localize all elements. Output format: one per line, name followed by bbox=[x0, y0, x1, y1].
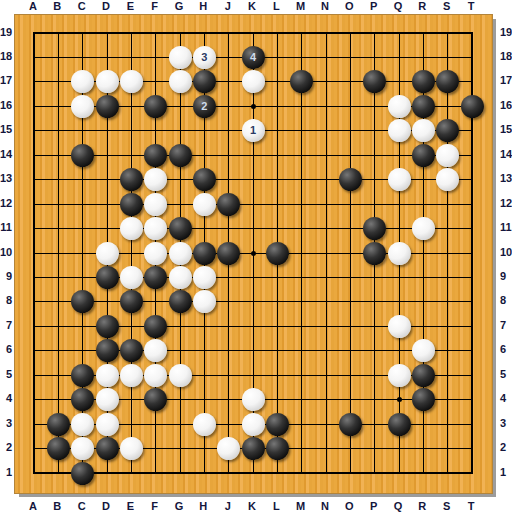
black-stone-C14[interactable] bbox=[71, 144, 94, 167]
white-stone-F6[interactable] bbox=[144, 339, 167, 362]
col-label-top-L: L bbox=[264, 0, 288, 13]
white-stone-G17[interactable] bbox=[169, 70, 192, 93]
row-label-left-5: 5 bbox=[0, 368, 12, 381]
row-label-right-5: 5 bbox=[500, 368, 512, 381]
col-label-top-H: H bbox=[191, 0, 215, 13]
black-stone-P11[interactable] bbox=[363, 217, 386, 240]
black-stone-F9[interactable] bbox=[144, 266, 167, 289]
white-stone-C16[interactable] bbox=[71, 95, 94, 118]
white-stone-S14[interactable] bbox=[436, 144, 459, 167]
row-label-left-16: 16 bbox=[0, 99, 12, 112]
row-label-left-10: 10 bbox=[0, 246, 12, 259]
move-number-3: 3 bbox=[201, 52, 207, 63]
col-label-bottom-B: B bbox=[45, 500, 69, 513]
black-stone-J12[interactable] bbox=[217, 193, 240, 216]
black-stone-E13[interactable] bbox=[120, 168, 143, 191]
white-stone-D5[interactable] bbox=[96, 364, 119, 387]
col-label-bottom-M: M bbox=[289, 500, 313, 513]
row-label-left-7: 7 bbox=[0, 319, 12, 332]
grid-line-vertical bbox=[350, 32, 351, 474]
col-label-bottom-T: T bbox=[459, 500, 483, 513]
white-stone-E9[interactable] bbox=[120, 266, 143, 289]
row-label-left-1: 1 bbox=[0, 466, 12, 479]
white-stone-E11[interactable] bbox=[120, 217, 143, 240]
black-stone-S15[interactable] bbox=[436, 119, 459, 142]
black-stone-B3[interactable] bbox=[47, 413, 70, 436]
col-label-bottom-H: H bbox=[191, 500, 215, 513]
black-stone-F4[interactable] bbox=[144, 388, 167, 411]
row-label-left-19: 19 bbox=[0, 26, 12, 39]
white-stone-E2[interactable] bbox=[120, 437, 143, 460]
row-label-right-2: 2 bbox=[500, 441, 512, 454]
black-stone-H17[interactable] bbox=[193, 70, 216, 93]
col-label-top-S: S bbox=[435, 0, 459, 13]
white-stone-R6[interactable] bbox=[412, 339, 435, 362]
white-stone-E17[interactable] bbox=[120, 70, 143, 93]
white-stone-C2[interactable] bbox=[71, 437, 94, 460]
white-stone-R11[interactable] bbox=[412, 217, 435, 240]
row-label-right-19: 19 bbox=[500, 26, 512, 39]
white-stone-Q10[interactable] bbox=[388, 242, 411, 265]
row-label-left-11: 11 bbox=[0, 221, 12, 234]
row-label-right-1: 1 bbox=[500, 466, 512, 479]
col-label-top-E: E bbox=[118, 0, 142, 13]
white-stone-F11[interactable] bbox=[144, 217, 167, 240]
col-label-bottom-A: A bbox=[21, 500, 45, 513]
row-label-right-8: 8 bbox=[500, 294, 512, 307]
black-stone-O3[interactable] bbox=[339, 413, 362, 436]
star-point-K16 bbox=[251, 104, 256, 109]
grid-line-horizontal bbox=[33, 301, 473, 302]
col-label-bottom-L: L bbox=[264, 500, 288, 513]
row-label-left-14: 14 bbox=[0, 148, 12, 161]
white-stone-H3[interactable] bbox=[193, 413, 216, 436]
col-label-top-A: A bbox=[21, 0, 45, 13]
row-label-right-14: 14 bbox=[500, 148, 512, 161]
col-label-top-R: R bbox=[410, 0, 434, 13]
black-stone-F14[interactable] bbox=[144, 144, 167, 167]
col-label-bottom-J: J bbox=[216, 500, 240, 513]
col-label-bottom-S: S bbox=[435, 500, 459, 513]
row-label-left-2: 2 bbox=[0, 441, 12, 454]
col-label-bottom-P: P bbox=[362, 500, 386, 513]
white-stone-Q7[interactable] bbox=[388, 315, 411, 338]
black-stone-F16[interactable] bbox=[144, 95, 167, 118]
white-stone-S13[interactable] bbox=[436, 168, 459, 191]
col-label-top-N: N bbox=[313, 0, 337, 13]
star-point-Q4 bbox=[397, 397, 402, 402]
white-stone-Q16[interactable] bbox=[388, 95, 411, 118]
col-label-top-J: J bbox=[216, 0, 240, 13]
black-stone-C8[interactable] bbox=[71, 290, 94, 313]
white-stone-F10[interactable] bbox=[144, 242, 167, 265]
black-stone-R16[interactable] bbox=[412, 95, 435, 118]
row-label-left-17: 17 bbox=[0, 74, 12, 87]
black-stone-D2[interactable] bbox=[96, 437, 119, 460]
black-stone-G8[interactable] bbox=[169, 290, 192, 313]
white-stone-D4[interactable] bbox=[96, 388, 119, 411]
move-number-4: 4 bbox=[250, 52, 256, 63]
row-label-right-18: 18 bbox=[500, 50, 512, 63]
black-stone-R4[interactable] bbox=[412, 388, 435, 411]
black-stone-P10[interactable] bbox=[363, 242, 386, 265]
row-label-right-16: 16 bbox=[500, 99, 512, 112]
black-stone-R14[interactable] bbox=[412, 144, 435, 167]
white-stone-K3[interactable] bbox=[242, 413, 265, 436]
row-label-right-3: 3 bbox=[500, 417, 512, 430]
black-stone-R17[interactable] bbox=[412, 70, 435, 93]
black-stone-O13[interactable] bbox=[339, 168, 362, 191]
white-stone-K4[interactable] bbox=[242, 388, 265, 411]
col-label-top-T: T bbox=[459, 0, 483, 13]
black-stone-H13[interactable] bbox=[193, 168, 216, 191]
black-stone-D7[interactable] bbox=[96, 315, 119, 338]
row-label-right-10: 10 bbox=[500, 246, 512, 259]
row-label-left-4: 4 bbox=[0, 392, 12, 405]
white-stone-G9[interactable] bbox=[169, 266, 192, 289]
black-stone-K2[interactable] bbox=[242, 437, 265, 460]
white-stone-G5[interactable] bbox=[169, 364, 192, 387]
black-stone-C4[interactable] bbox=[71, 388, 94, 411]
white-stone-C3[interactable] bbox=[71, 413, 94, 436]
black-stone-L2[interactable] bbox=[266, 437, 289, 460]
move-number-2: 2 bbox=[201, 101, 207, 112]
col-label-bottom-F: F bbox=[143, 500, 167, 513]
black-stone-D6[interactable] bbox=[96, 339, 119, 362]
black-stone-F7[interactable] bbox=[144, 315, 167, 338]
col-label-bottom-O: O bbox=[337, 500, 361, 513]
row-label-right-12: 12 bbox=[500, 197, 512, 210]
white-stone-Q5[interactable] bbox=[388, 364, 411, 387]
row-label-left-15: 15 bbox=[0, 123, 12, 136]
black-stone-J10[interactable] bbox=[217, 242, 240, 265]
black-stone-R5[interactable] bbox=[412, 364, 435, 387]
col-label-top-K: K bbox=[240, 0, 264, 13]
white-stone-D17[interactable] bbox=[96, 70, 119, 93]
col-label-top-Q: Q bbox=[386, 0, 410, 13]
white-stone-K17[interactable] bbox=[242, 70, 265, 93]
black-stone-E8[interactable] bbox=[120, 290, 143, 313]
black-stone-L3[interactable] bbox=[266, 413, 289, 436]
black-stone-G14[interactable] bbox=[169, 144, 192, 167]
col-label-top-B: B bbox=[45, 0, 69, 13]
row-label-right-15: 15 bbox=[500, 123, 512, 136]
black-stone-E6[interactable] bbox=[120, 339, 143, 362]
black-stone-C1[interactable] bbox=[71, 462, 94, 485]
col-label-top-G: G bbox=[167, 0, 191, 13]
white-stone-J2[interactable] bbox=[217, 437, 240, 460]
white-stone-H12[interactable] bbox=[193, 193, 216, 216]
go-diagram-screen: 3421 ABCDEFGHJKLMNOPQRST ABCDEFGHJKLMNOP… bbox=[0, 0, 512, 514]
white-stone-Q13[interactable] bbox=[388, 168, 411, 191]
col-label-bottom-Q: Q bbox=[386, 500, 410, 513]
black-stone-C5[interactable] bbox=[71, 364, 94, 387]
black-stone-K18[interactable]: 4 bbox=[242, 46, 265, 69]
black-stone-Q3[interactable] bbox=[388, 413, 411, 436]
row-label-left-9: 9 bbox=[0, 270, 12, 283]
col-label-bottom-R: R bbox=[410, 500, 434, 513]
row-label-right-7: 7 bbox=[500, 319, 512, 332]
grid-line-vertical bbox=[326, 32, 327, 474]
black-stone-E12[interactable] bbox=[120, 193, 143, 216]
row-label-left-3: 3 bbox=[0, 417, 12, 430]
black-stone-L10[interactable] bbox=[266, 242, 289, 265]
black-stone-H10[interactable] bbox=[193, 242, 216, 265]
col-label-top-C: C bbox=[70, 0, 94, 13]
black-stone-B2[interactable] bbox=[47, 437, 70, 460]
col-label-bottom-K: K bbox=[240, 500, 264, 513]
go-board[interactable]: 3421 bbox=[14, 14, 493, 494]
col-label-bottom-G: G bbox=[167, 500, 191, 513]
row-label-right-13: 13 bbox=[500, 172, 512, 185]
row-label-left-12: 12 bbox=[0, 197, 12, 210]
col-label-top-D: D bbox=[94, 0, 118, 13]
white-stone-H9[interactable] bbox=[193, 266, 216, 289]
row-label-right-6: 6 bbox=[500, 343, 512, 356]
white-stone-E5[interactable] bbox=[120, 364, 143, 387]
black-stone-D9[interactable] bbox=[96, 266, 119, 289]
grid-line-vertical bbox=[301, 32, 302, 474]
white-stone-R15[interactable] bbox=[412, 119, 435, 142]
col-label-bottom-D: D bbox=[94, 500, 118, 513]
star-point-K10 bbox=[251, 251, 256, 256]
row-label-left-8: 8 bbox=[0, 294, 12, 307]
white-stone-K15[interactable]: 1 bbox=[242, 119, 265, 142]
row-label-left-13: 13 bbox=[0, 172, 12, 185]
row-label-left-18: 18 bbox=[0, 50, 12, 63]
grid-line-vertical bbox=[447, 32, 448, 474]
white-stone-C17[interactable] bbox=[71, 70, 94, 93]
white-stone-Q15[interactable] bbox=[388, 119, 411, 142]
white-stone-F5[interactable] bbox=[144, 364, 167, 387]
row-label-right-11: 11 bbox=[500, 221, 512, 234]
black-stone-H16[interactable]: 2 bbox=[193, 95, 216, 118]
white-stone-G10[interactable] bbox=[169, 242, 192, 265]
white-stone-F13[interactable] bbox=[144, 168, 167, 191]
white-stone-H18[interactable]: 3 bbox=[193, 46, 216, 69]
col-label-top-F: F bbox=[143, 0, 167, 13]
col-label-bottom-N: N bbox=[313, 500, 337, 513]
white-stone-D10[interactable] bbox=[96, 242, 119, 265]
grid-line-horizontal bbox=[33, 472, 473, 474]
row-label-right-4: 4 bbox=[500, 392, 512, 405]
black-stone-P17[interactable] bbox=[363, 70, 386, 93]
black-stone-T16[interactable] bbox=[461, 95, 484, 118]
col-label-top-M: M bbox=[289, 0, 313, 13]
black-stone-D16[interactable] bbox=[96, 95, 119, 118]
col-label-bottom-C: C bbox=[70, 500, 94, 513]
white-stone-D3[interactable] bbox=[96, 413, 119, 436]
move-number-1: 1 bbox=[250, 125, 256, 136]
col-label-top-O: O bbox=[337, 0, 361, 13]
row-label-left-6: 6 bbox=[0, 343, 12, 356]
col-label-top-P: P bbox=[362, 0, 386, 13]
black-stone-M17[interactable] bbox=[290, 70, 313, 93]
row-label-right-9: 9 bbox=[500, 270, 512, 283]
row-label-right-17: 17 bbox=[500, 74, 512, 87]
white-stone-F12[interactable] bbox=[144, 193, 167, 216]
black-stone-S17[interactable] bbox=[436, 70, 459, 93]
white-stone-G18[interactable] bbox=[169, 46, 192, 69]
black-stone-G11[interactable] bbox=[169, 217, 192, 240]
col-label-bottom-E: E bbox=[118, 500, 142, 513]
white-stone-H8[interactable] bbox=[193, 290, 216, 313]
